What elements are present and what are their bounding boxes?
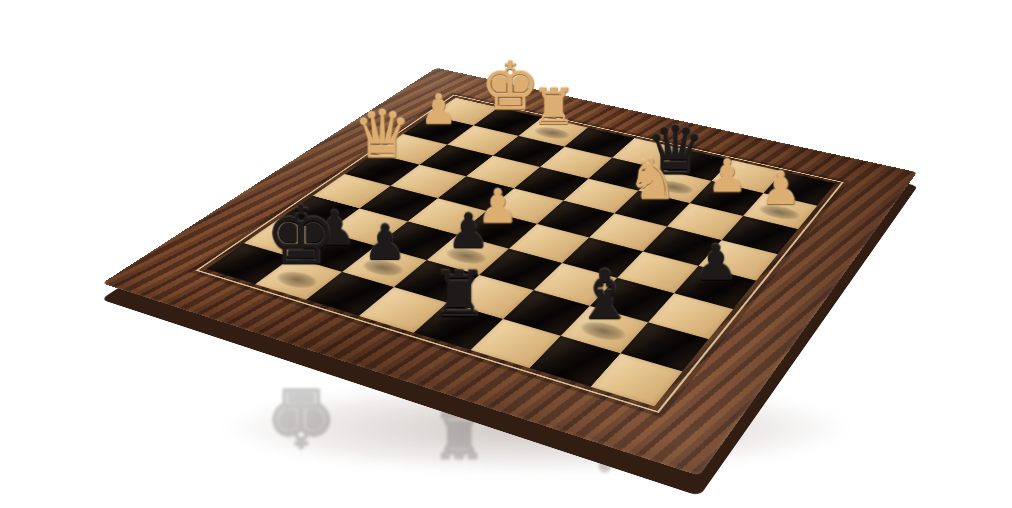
white-pawn-shadow	[470, 220, 521, 241]
photo-scene: ♚♚♜♜♟♟♛♛♟♟♟♟♞♞♛♛♟♟♟♟♟♟♟♟♟♟♝♝♚♚♜♜	[0, 0, 1012, 508]
white-rook-shadow	[530, 125, 575, 141]
white-king-shadow	[485, 115, 529, 131]
black-bishop-shadow	[575, 318, 632, 345]
black-pawn-shadow	[356, 256, 409, 279]
